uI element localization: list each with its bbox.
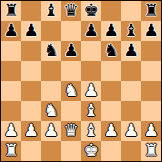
piece-black-rook: ♜	[3, 2, 18, 19]
square-a4[interactable]	[1, 81, 21, 101]
square-b8[interactable]	[21, 1, 41, 21]
piece-black-pawn: ♟	[3, 22, 18, 39]
square-f6[interactable]: ♞	[101, 41, 121, 61]
square-e1[interactable]: ♚	[81, 141, 101, 161]
square-e8[interactable]: ♚	[81, 1, 101, 21]
piece-black-bishop: ♝	[43, 2, 58, 19]
square-d8[interactable]: ♛	[61, 1, 81, 21]
piece-black-pawn: ♟	[63, 42, 78, 59]
square-c5[interactable]	[41, 61, 61, 81]
piece-black-pawn: ♟	[103, 22, 118, 39]
piece-white-knight: ♞	[63, 82, 78, 99]
square-b1[interactable]	[21, 141, 41, 161]
square-e7[interactable]: ♟	[81, 21, 101, 41]
square-f4[interactable]	[101, 81, 121, 101]
square-h1[interactable]: ♜	[141, 141, 161, 161]
piece-white-pawn: ♟	[43, 122, 58, 139]
piece-white-pawn: ♟	[3, 122, 18, 139]
piece-white-pawn: ♟	[123, 122, 138, 139]
square-f8[interactable]	[101, 1, 121, 21]
square-b7[interactable]: ♟	[21, 21, 41, 41]
chess-board: ♜♝♛♚♜♟♟♟♟♝♟♞♟♞♟♞♟♞♝♟♟♟♛♝♟♟♟♜♚♜	[0, 0, 162, 162]
square-c3[interactable]: ♞	[41, 101, 61, 121]
square-h4[interactable]	[141, 81, 161, 101]
chess-board-wrap: ♜♝♛♚♜♟♟♟♟♝♟♞♟♞♟♞♟♞♝♟♟♟♛♝♟♟♟♜♚♜	[0, 0, 162, 162]
square-c1[interactable]	[41, 141, 61, 161]
square-b5[interactable]	[21, 61, 41, 81]
square-f7[interactable]: ♟	[101, 21, 121, 41]
square-h3[interactable]	[141, 101, 161, 121]
square-c6[interactable]: ♞	[41, 41, 61, 61]
square-h2[interactable]: ♟	[141, 121, 161, 141]
piece-black-rook: ♜	[143, 2, 158, 19]
square-c4[interactable]	[41, 81, 61, 101]
piece-white-rook: ♜	[143, 142, 158, 159]
piece-white-king: ♚	[83, 142, 98, 159]
square-d2[interactable]: ♛	[61, 121, 81, 141]
square-f5[interactable]	[101, 61, 121, 81]
square-e3[interactable]: ♝	[81, 101, 101, 121]
square-e2[interactable]: ♝	[81, 121, 101, 141]
square-d1[interactable]	[61, 141, 81, 161]
square-d6[interactable]: ♟	[61, 41, 81, 61]
square-g3[interactable]	[121, 101, 141, 121]
square-b6[interactable]	[21, 41, 41, 61]
square-g7[interactable]: ♝	[121, 21, 141, 41]
square-b4[interactable]	[21, 81, 41, 101]
piece-black-king: ♚	[83, 2, 98, 19]
square-c8[interactable]: ♝	[41, 1, 61, 21]
piece-black-pawn: ♟	[23, 22, 38, 39]
piece-white-pawn: ♟	[83, 82, 98, 99]
square-a7[interactable]: ♟	[1, 21, 21, 41]
square-g2[interactable]: ♟	[121, 121, 141, 141]
square-a1[interactable]: ♜	[1, 141, 21, 161]
square-h5[interactable]	[141, 61, 161, 81]
piece-white-pawn: ♟	[143, 122, 158, 139]
piece-black-knight: ♞	[43, 42, 58, 59]
square-b3[interactable]	[21, 101, 41, 121]
piece-black-pawn: ♟	[123, 42, 138, 59]
square-c2[interactable]: ♟	[41, 121, 61, 141]
square-e5[interactable]	[81, 61, 101, 81]
piece-white-bishop: ♝	[83, 102, 98, 119]
square-a6[interactable]	[1, 41, 21, 61]
square-h6[interactable]	[141, 41, 161, 61]
piece-black-bishop: ♝	[123, 22, 138, 39]
square-g8[interactable]	[121, 1, 141, 21]
square-a3[interactable]	[1, 101, 21, 121]
square-a2[interactable]: ♟	[1, 121, 21, 141]
piece-white-rook: ♜	[3, 142, 18, 159]
square-e4[interactable]: ♟	[81, 81, 101, 101]
square-a5[interactable]	[1, 61, 21, 81]
square-b2[interactable]: ♟	[21, 121, 41, 141]
piece-white-pawn: ♟	[23, 122, 38, 139]
piece-black-pawn: ♟	[83, 22, 98, 39]
square-f3[interactable]	[101, 101, 121, 121]
square-h8[interactable]: ♜	[141, 1, 161, 21]
piece-white-queen: ♛	[63, 122, 78, 139]
piece-white-pawn: ♟	[103, 122, 118, 139]
square-f1[interactable]	[101, 141, 121, 161]
square-e6[interactable]	[81, 41, 101, 61]
square-c7[interactable]	[41, 21, 61, 41]
piece-black-knight: ♞	[103, 42, 118, 59]
square-g5[interactable]	[121, 61, 141, 81]
square-d5[interactable]	[61, 61, 81, 81]
square-a8[interactable]: ♜	[1, 1, 21, 21]
square-g4[interactable]	[121, 81, 141, 101]
square-d3[interactable]	[61, 101, 81, 121]
piece-black-queen: ♛	[63, 2, 78, 19]
square-d4[interactable]: ♞	[61, 81, 81, 101]
square-f2[interactable]: ♟	[101, 121, 121, 141]
square-g6[interactable]: ♟	[121, 41, 141, 61]
piece-black-pawn: ♟	[143, 22, 158, 39]
square-d7[interactable]	[61, 21, 81, 41]
piece-white-knight: ♞	[43, 102, 58, 119]
square-g1[interactable]	[121, 141, 141, 161]
square-h7[interactable]: ♟	[141, 21, 161, 41]
piece-white-bishop: ♝	[83, 122, 98, 139]
